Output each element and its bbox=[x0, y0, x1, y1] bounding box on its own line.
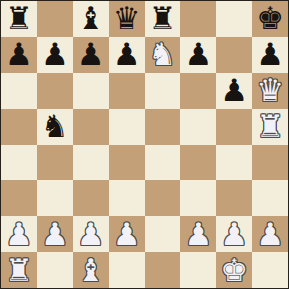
square-e8[interactable]: ♜ bbox=[145, 1, 181, 37]
square-b5[interactable]: ♞ bbox=[37, 109, 73, 145]
square-d3[interactable] bbox=[109, 180, 145, 216]
chess-board: ♜♝♛♜♚♟♟♟♟♞♟♟♟♛♞♜♟♟♟♟♟♟♟♜♝♚ bbox=[1, 1, 288, 288]
piece-black-rook[interactable]: ♜ bbox=[149, 3, 177, 34]
piece-black-pawn[interactable]: ♟ bbox=[256, 39, 284, 70]
piece-white-pawn[interactable]: ♟ bbox=[256, 219, 284, 250]
square-d7[interactable]: ♟ bbox=[109, 37, 145, 73]
square-b1[interactable] bbox=[37, 252, 73, 288]
square-f5[interactable] bbox=[180, 109, 216, 145]
piece-white-pawn[interactable]: ♟ bbox=[184, 219, 212, 250]
square-a2[interactable]: ♟ bbox=[1, 216, 37, 252]
piece-black-king[interactable]: ♚ bbox=[256, 3, 284, 34]
square-d2[interactable]: ♟ bbox=[109, 216, 145, 252]
square-b8[interactable] bbox=[37, 1, 73, 37]
square-c5[interactable] bbox=[73, 109, 109, 145]
square-a5[interactable] bbox=[1, 109, 37, 145]
square-g5[interactable] bbox=[216, 109, 252, 145]
square-h2[interactable]: ♟ bbox=[252, 216, 288, 252]
square-a7[interactable]: ♟ bbox=[1, 37, 37, 73]
square-c1[interactable]: ♝ bbox=[73, 252, 109, 288]
square-f4[interactable] bbox=[180, 145, 216, 181]
piece-black-pawn[interactable]: ♟ bbox=[5, 39, 33, 70]
square-c3[interactable] bbox=[73, 180, 109, 216]
piece-white-queen[interactable]: ♛ bbox=[256, 75, 284, 106]
piece-white-knight[interactable]: ♞ bbox=[149, 39, 177, 70]
square-d4[interactable] bbox=[109, 145, 145, 181]
piece-black-pawn[interactable]: ♟ bbox=[41, 39, 69, 70]
square-d5[interactable] bbox=[109, 109, 145, 145]
square-d6[interactable] bbox=[109, 73, 145, 109]
piece-white-bishop[interactable]: ♝ bbox=[77, 255, 105, 286]
square-e6[interactable] bbox=[145, 73, 181, 109]
square-f8[interactable] bbox=[180, 1, 216, 37]
square-g7[interactable] bbox=[216, 37, 252, 73]
square-c6[interactable] bbox=[73, 73, 109, 109]
chess-board-frame: ♜♝♛♜♚♟♟♟♟♞♟♟♟♛♞♜♟♟♟♟♟♟♟♜♝♚ bbox=[0, 0, 289, 289]
square-c8[interactable]: ♝ bbox=[73, 1, 109, 37]
square-b2[interactable]: ♟ bbox=[37, 216, 73, 252]
piece-black-rook[interactable]: ♜ bbox=[5, 3, 33, 34]
square-e1[interactable] bbox=[145, 252, 181, 288]
square-g1[interactable]: ♚ bbox=[216, 252, 252, 288]
square-c4[interactable] bbox=[73, 145, 109, 181]
square-e7[interactable]: ♞ bbox=[145, 37, 181, 73]
square-h8[interactable]: ♚ bbox=[252, 1, 288, 37]
square-e2[interactable] bbox=[145, 216, 181, 252]
square-g6[interactable]: ♟ bbox=[216, 73, 252, 109]
square-g4[interactable] bbox=[216, 145, 252, 181]
square-c7[interactable]: ♟ bbox=[73, 37, 109, 73]
piece-black-pawn[interactable]: ♟ bbox=[220, 75, 248, 106]
piece-black-pawn[interactable]: ♟ bbox=[77, 39, 105, 70]
piece-white-king[interactable]: ♚ bbox=[220, 255, 248, 286]
square-a6[interactable] bbox=[1, 73, 37, 109]
square-h3[interactable] bbox=[252, 180, 288, 216]
square-g3[interactable] bbox=[216, 180, 252, 216]
square-b6[interactable] bbox=[37, 73, 73, 109]
square-a3[interactable] bbox=[1, 180, 37, 216]
piece-black-knight[interactable]: ♞ bbox=[41, 111, 69, 142]
square-f1[interactable] bbox=[180, 252, 216, 288]
piece-white-rook[interactable]: ♜ bbox=[5, 255, 33, 286]
square-e5[interactable] bbox=[145, 109, 181, 145]
piece-white-pawn[interactable]: ♟ bbox=[41, 219, 69, 250]
piece-white-pawn[interactable]: ♟ bbox=[77, 219, 105, 250]
square-g8[interactable] bbox=[216, 1, 252, 37]
piece-black-pawn[interactable]: ♟ bbox=[184, 39, 212, 70]
square-e4[interactable] bbox=[145, 145, 181, 181]
square-d1[interactable] bbox=[109, 252, 145, 288]
piece-white-rook[interactable]: ♜ bbox=[256, 111, 284, 142]
square-h5[interactable]: ♜ bbox=[252, 109, 288, 145]
square-f7[interactable]: ♟ bbox=[180, 37, 216, 73]
square-h1[interactable] bbox=[252, 252, 288, 288]
piece-black-pawn[interactable]: ♟ bbox=[113, 39, 141, 70]
square-b7[interactable]: ♟ bbox=[37, 37, 73, 73]
piece-white-pawn[interactable]: ♟ bbox=[220, 219, 248, 250]
square-d8[interactable]: ♛ bbox=[109, 1, 145, 37]
square-a1[interactable]: ♜ bbox=[1, 252, 37, 288]
square-a4[interactable] bbox=[1, 145, 37, 181]
square-f6[interactable] bbox=[180, 73, 216, 109]
square-h4[interactable] bbox=[252, 145, 288, 181]
square-h6[interactable]: ♛ bbox=[252, 73, 288, 109]
square-c2[interactable]: ♟ bbox=[73, 216, 109, 252]
square-f3[interactable] bbox=[180, 180, 216, 216]
piece-white-pawn[interactable]: ♟ bbox=[113, 219, 141, 250]
piece-black-queen[interactable]: ♛ bbox=[113, 3, 141, 34]
piece-black-bishop[interactable]: ♝ bbox=[77, 3, 105, 34]
square-e3[interactable] bbox=[145, 180, 181, 216]
piece-white-pawn[interactable]: ♟ bbox=[5, 219, 33, 250]
square-f2[interactable]: ♟ bbox=[180, 216, 216, 252]
square-h7[interactable]: ♟ bbox=[252, 37, 288, 73]
square-g2[interactable]: ♟ bbox=[216, 216, 252, 252]
square-b4[interactable] bbox=[37, 145, 73, 181]
square-b3[interactable] bbox=[37, 180, 73, 216]
square-a8[interactable]: ♜ bbox=[1, 1, 37, 37]
